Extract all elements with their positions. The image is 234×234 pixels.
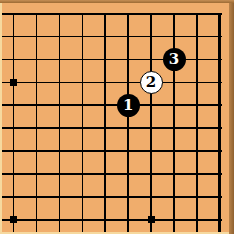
grid-line-horizontal [2,196,222,198]
grid-line-vertical [173,13,175,232]
grid-line-vertical [36,13,38,232]
stone-black-move-1-P15: 1 [117,94,140,117]
grid-line-vertical [59,13,61,232]
grid-line-vertical [13,13,15,232]
go-diagram: 123 [0,0,234,234]
move-number-label: 2 [146,74,156,89]
grid-line-horizontal [2,59,222,61]
grid-line-horizontal [2,82,222,84]
star-point-K10 [10,216,17,223]
frame-edge-right [229,3,234,234]
star-point-K16 [10,79,17,86]
grid-line-vertical [196,13,198,232]
grid-line-horizontal [2,36,222,38]
stone-white-move-2-Q16: 2 [140,71,163,94]
grid-line-horizontal [2,127,222,129]
grid-line-horizontal [2,219,222,221]
grid-line-right-edge [218,13,221,232]
grid-line-vertical [150,13,152,232]
grid-line-top-edge [2,13,222,15]
frame-edge-bottom [0,232,229,234]
move-number-label: 3 [169,51,179,66]
grid-line-vertical [82,13,84,232]
grid-line-horizontal [2,173,222,175]
star-point-Q10 [148,216,155,223]
move-number-label: 1 [123,97,133,112]
grid-line-vertical [127,13,129,232]
grid-line-vertical [104,13,106,232]
grid-line-horizontal [2,150,222,152]
frame-edge-top [0,0,234,3]
grid-line-horizontal [2,104,222,106]
stone-black-move-3-R17: 3 [163,48,186,71]
